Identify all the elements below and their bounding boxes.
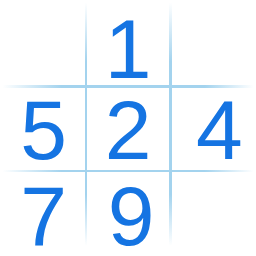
sudoku-cell-r1c1[interactable]: 2 xyxy=(85,85,170,170)
sudoku-cell-r1c2[interactable]: 4 xyxy=(171,85,256,170)
sudoku-cell-r0c2[interactable] xyxy=(171,0,256,85)
cell-value: 7 xyxy=(20,174,67,256)
sudoku-cell-r2c1[interactable]: 9 xyxy=(85,171,170,256)
sudoku-cell-r2c0[interactable]: 7 xyxy=(0,171,85,256)
sudoku-board: 1 5 2 4 7 9 xyxy=(0,0,256,256)
cell-value: 9 xyxy=(108,174,155,256)
sudoku-cell-grid: 1 5 2 4 7 9 xyxy=(0,0,256,256)
sudoku-cell-r1c0[interactable]: 5 xyxy=(0,85,85,170)
sudoku-cell-r0c0[interactable] xyxy=(0,0,85,85)
sudoku-cell-r0c1[interactable]: 1 xyxy=(85,0,170,85)
cell-value: 4 xyxy=(196,88,243,172)
sudoku-cell-r2c2[interactable] xyxy=(171,171,256,256)
cell-value: 2 xyxy=(105,88,152,172)
cell-value: 1 xyxy=(105,7,152,91)
cell-value: 5 xyxy=(20,88,67,172)
